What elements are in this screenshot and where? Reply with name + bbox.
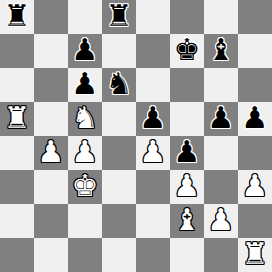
chess-board: ♜♜♟♚♝♟♞♜♞♟♟♟♟♟♟♟♚♟♟♝♟♜	[0, 0, 272, 272]
square-a1[interactable]	[0, 238, 34, 272]
square-a2[interactable]	[0, 204, 34, 238]
square-e6[interactable]	[136, 68, 170, 102]
square-e3[interactable]	[136, 170, 170, 204]
square-f4[interactable]: ♟	[170, 136, 204, 170]
square-d6[interactable]: ♞	[102, 68, 136, 102]
square-b2[interactable]	[34, 204, 68, 238]
square-f2[interactable]: ♝	[170, 204, 204, 238]
black-pawn[interactable]: ♟	[242, 103, 269, 133]
black-knight[interactable]: ♞	[106, 69, 133, 99]
square-h8[interactable]	[238, 0, 272, 34]
square-a5[interactable]: ♜	[0, 102, 34, 136]
white-pawn[interactable]: ♟	[72, 137, 99, 167]
square-c8[interactable]	[68, 0, 102, 34]
black-pawn[interactable]: ♟	[208, 103, 235, 133]
square-e5[interactable]: ♟	[136, 102, 170, 136]
square-b1[interactable]	[34, 238, 68, 272]
square-a3[interactable]	[0, 170, 34, 204]
square-h3[interactable]: ♟	[238, 170, 272, 204]
square-a4[interactable]	[0, 136, 34, 170]
black-pawn[interactable]: ♟	[140, 103, 167, 133]
white-rook[interactable]: ♜	[4, 103, 31, 133]
square-d2[interactable]	[102, 204, 136, 238]
square-c6[interactable]: ♟	[68, 68, 102, 102]
white-king[interactable]: ♚	[72, 171, 99, 201]
square-a7[interactable]	[0, 34, 34, 68]
square-h7[interactable]	[238, 34, 272, 68]
square-b5[interactable]	[34, 102, 68, 136]
square-c4[interactable]: ♟	[68, 136, 102, 170]
square-g5[interactable]: ♟	[204, 102, 238, 136]
black-pawn[interactable]: ♟	[174, 137, 201, 167]
square-d1[interactable]	[102, 238, 136, 272]
black-king[interactable]: ♚	[174, 35, 201, 65]
white-pawn[interactable]: ♟	[208, 205, 235, 235]
white-pawn[interactable]: ♟	[174, 171, 201, 201]
square-f6[interactable]	[170, 68, 204, 102]
square-g4[interactable]	[204, 136, 238, 170]
white-bishop[interactable]: ♝	[174, 205, 201, 235]
white-rook[interactable]: ♜	[242, 239, 269, 269]
square-f8[interactable]	[170, 0, 204, 34]
square-b8[interactable]	[34, 0, 68, 34]
square-c1[interactable]	[68, 238, 102, 272]
chess-board-container: ♜♜♟♚♝♟♞♜♞♟♟♟♟♟♟♟♚♟♟♝♟♜	[0, 0, 272, 272]
square-c3[interactable]: ♚	[68, 170, 102, 204]
black-pawn[interactable]: ♟	[72, 35, 99, 65]
square-d5[interactable]	[102, 102, 136, 136]
square-h2[interactable]	[238, 204, 272, 238]
black-rook[interactable]: ♜	[4, 1, 31, 31]
white-pawn[interactable]: ♟	[38, 137, 65, 167]
square-d4[interactable]	[102, 136, 136, 170]
square-g1[interactable]	[204, 238, 238, 272]
square-g6[interactable]	[204, 68, 238, 102]
square-g3[interactable]	[204, 170, 238, 204]
square-h1[interactable]: ♜	[238, 238, 272, 272]
white-pawn[interactable]: ♟	[140, 137, 167, 167]
square-b7[interactable]	[34, 34, 68, 68]
square-b6[interactable]	[34, 68, 68, 102]
black-rook[interactable]: ♜	[106, 1, 133, 31]
square-f7[interactable]: ♚	[170, 34, 204, 68]
square-g7[interactable]: ♝	[204, 34, 238, 68]
square-h4[interactable]	[238, 136, 272, 170]
square-e4[interactable]: ♟	[136, 136, 170, 170]
square-b3[interactable]	[34, 170, 68, 204]
square-f3[interactable]: ♟	[170, 170, 204, 204]
square-f1[interactable]	[170, 238, 204, 272]
square-h5[interactable]: ♟	[238, 102, 272, 136]
square-e8[interactable]	[136, 0, 170, 34]
black-pawn[interactable]: ♟	[72, 69, 99, 99]
square-b4[interactable]: ♟	[34, 136, 68, 170]
square-d7[interactable]	[102, 34, 136, 68]
square-g8[interactable]	[204, 0, 238, 34]
white-knight[interactable]: ♞	[72, 103, 99, 133]
square-e1[interactable]	[136, 238, 170, 272]
square-d8[interactable]: ♜	[102, 0, 136, 34]
square-c7[interactable]: ♟	[68, 34, 102, 68]
square-d3[interactable]	[102, 170, 136, 204]
square-e7[interactable]	[136, 34, 170, 68]
square-a6[interactable]	[0, 68, 34, 102]
square-f5[interactable]	[170, 102, 204, 136]
square-g2[interactable]: ♟	[204, 204, 238, 238]
square-e2[interactable]	[136, 204, 170, 238]
white-pawn[interactable]: ♟	[242, 171, 269, 201]
square-c2[interactable]	[68, 204, 102, 238]
square-a8[interactable]: ♜	[0, 0, 34, 34]
square-h6[interactable]	[238, 68, 272, 102]
square-c5[interactable]: ♞	[68, 102, 102, 136]
black-bishop[interactable]: ♝	[208, 35, 235, 65]
